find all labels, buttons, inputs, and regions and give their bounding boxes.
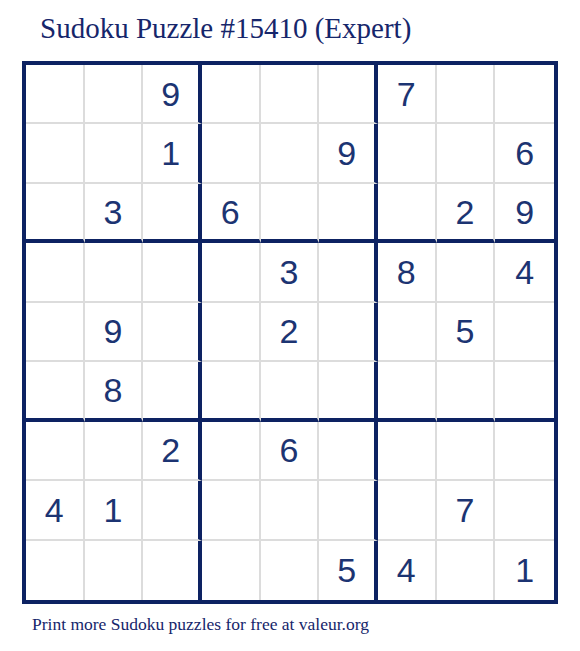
sudoku-cell: 3 xyxy=(261,243,320,302)
page-title: Sudoku Puzzle #15410 (Expert) xyxy=(40,11,411,46)
sudoku-cell xyxy=(143,481,202,540)
sudoku-cell xyxy=(319,243,378,302)
sudoku-cell: 7 xyxy=(437,481,496,540)
sudoku-cell xyxy=(202,541,261,600)
sudoku-cell xyxy=(495,65,554,124)
sudoku-cell xyxy=(378,481,437,540)
sudoku-cell: 9 xyxy=(319,124,378,183)
sudoku-cell: 9 xyxy=(143,65,202,124)
sudoku-cell xyxy=(437,124,496,183)
sudoku-cell xyxy=(85,243,144,302)
sudoku-cell: 4 xyxy=(495,243,554,302)
sudoku-cell xyxy=(202,243,261,302)
sudoku-cell xyxy=(143,541,202,600)
sudoku-cell xyxy=(26,303,85,362)
sudoku-cell xyxy=(495,303,554,362)
sudoku-cell: 5 xyxy=(319,541,378,600)
sudoku-cell xyxy=(143,362,202,421)
sudoku-cell xyxy=(261,362,320,421)
sudoku-cell xyxy=(378,124,437,183)
sudoku-cell: 7 xyxy=(378,65,437,124)
sudoku-cell: 8 xyxy=(378,243,437,302)
sudoku-cell xyxy=(202,481,261,540)
sudoku-cell xyxy=(26,184,85,243)
sudoku-cell xyxy=(319,422,378,481)
sudoku-cell: 2 xyxy=(261,303,320,362)
sudoku-cell xyxy=(202,362,261,421)
page: { "game": "sudoku", "title": "Sudoku Puz… xyxy=(0,0,580,651)
sudoku-cell: 6 xyxy=(202,184,261,243)
sudoku-cell: 4 xyxy=(378,541,437,600)
sudoku-cell xyxy=(495,481,554,540)
sudoku-cell: 2 xyxy=(143,422,202,481)
sudoku-cell xyxy=(26,65,85,124)
sudoku-cell xyxy=(437,243,496,302)
sudoku-cell xyxy=(143,243,202,302)
sudoku-cell xyxy=(261,541,320,600)
sudoku-cell xyxy=(261,124,320,183)
sudoku-cell xyxy=(261,184,320,243)
sudoku-cell: 6 xyxy=(261,422,320,481)
sudoku-cell: 2 xyxy=(437,184,496,243)
sudoku-cell xyxy=(26,541,85,600)
sudoku-cell: 6 xyxy=(495,124,554,183)
sudoku-cell xyxy=(143,303,202,362)
sudoku-cell xyxy=(85,422,144,481)
footer-text: Print more Sudoku puzzles for free at va… xyxy=(32,614,369,635)
sudoku-cell xyxy=(26,243,85,302)
sudoku-cell xyxy=(319,303,378,362)
sudoku-cell: 4 xyxy=(26,481,85,540)
sudoku-cell xyxy=(437,422,496,481)
sudoku-cell xyxy=(378,184,437,243)
sudoku-cell xyxy=(85,124,144,183)
sudoku-cell xyxy=(261,481,320,540)
sudoku-cell: 9 xyxy=(495,184,554,243)
sudoku-cell xyxy=(202,303,261,362)
sudoku-cell xyxy=(437,362,496,421)
sudoku-cell xyxy=(85,65,144,124)
sudoku-cell xyxy=(319,65,378,124)
sudoku-cell xyxy=(319,362,378,421)
sudoku-cell: 8 xyxy=(85,362,144,421)
sudoku-cell xyxy=(202,124,261,183)
sudoku-cell: 1 xyxy=(143,124,202,183)
sudoku-cell xyxy=(378,422,437,481)
sudoku-cell xyxy=(319,184,378,243)
sudoku-cell xyxy=(437,541,496,600)
sudoku-cell xyxy=(85,541,144,600)
sudoku-cell xyxy=(26,362,85,421)
sudoku-cell xyxy=(495,422,554,481)
sudoku-cell xyxy=(202,422,261,481)
sudoku-cell xyxy=(495,362,554,421)
sudoku-cell: 1 xyxy=(495,541,554,600)
sudoku-cell xyxy=(437,65,496,124)
sudoku-cell xyxy=(143,184,202,243)
sudoku-board: 971963629384925826417541 xyxy=(22,61,558,604)
sudoku-cell xyxy=(319,481,378,540)
sudoku-cell xyxy=(378,362,437,421)
sudoku-cell: 5 xyxy=(437,303,496,362)
sudoku-cell: 1 xyxy=(85,481,144,540)
sudoku-cell xyxy=(202,65,261,124)
sudoku-cell xyxy=(26,124,85,183)
sudoku-cell: 3 xyxy=(85,184,144,243)
sudoku-cell xyxy=(261,65,320,124)
sudoku-cell xyxy=(26,422,85,481)
sudoku-cell xyxy=(378,303,437,362)
sudoku-cell: 9 xyxy=(85,303,144,362)
